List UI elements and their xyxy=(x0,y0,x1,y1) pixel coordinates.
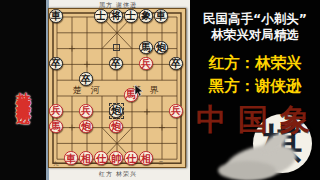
red-cannon-piece[interactable]: 炮 xyxy=(79,119,94,135)
calligraphy-zhongguo-xiangqi: 中国象 xyxy=(196,100,320,141)
black-player-name: 黑方：谢侠逊 xyxy=(190,76,320,97)
black-advisor-piece[interactable]: 士 xyxy=(94,8,109,24)
right-info-panel: 民国高手“小剃头” 林荣兴对局精选 红方：林荣兴 黑方：谢侠逊 棋 中国象 xyxy=(190,0,320,180)
black-general-piece[interactable]: 将 xyxy=(109,8,124,24)
screenshot-root: 林兴荣弃车速胜谢侠逊 黑方 谢侠逊 红方 林荣兴 楚 河 漢 界 九八七六五四三… xyxy=(0,0,320,180)
red-elephant-piece[interactable]: 相 xyxy=(139,150,154,166)
red-side-label: 红方 林荣兴 xyxy=(46,170,190,179)
black-chariot-piece[interactable]: 車 xyxy=(49,8,64,24)
red-king-piece[interactable]: 帥 xyxy=(109,150,124,166)
hand-photo-shape xyxy=(218,161,276,180)
black-advisor-piece[interactable]: 士 xyxy=(124,8,139,24)
red-soldier-piece[interactable]: 兵 xyxy=(49,103,64,119)
black-horse-piece[interactable]: 馬 xyxy=(139,40,154,56)
series-title-line2: 林荣兴对局精选 xyxy=(190,27,320,44)
black-soldier-piece[interactable]: 卒 xyxy=(109,55,124,71)
red-player-name: 红方：林荣兴 xyxy=(190,53,320,74)
episode-title-vertical: 林兴荣弃车速胜谢侠逊 xyxy=(14,80,33,100)
black-soldier-piece[interactable]: 卒 xyxy=(169,55,184,71)
red-chariot-piece[interactable]: 車 xyxy=(64,150,79,166)
left-title-banner: 林兴荣弃车速胜谢侠逊 xyxy=(0,0,46,180)
red-elephant-piece[interactable]: 相 xyxy=(79,150,94,166)
black-elephant-piece[interactable]: 象 xyxy=(139,8,154,24)
mouse-cursor-icon xyxy=(134,84,144,97)
black-cannon-piece[interactable]: 炮 xyxy=(109,103,124,119)
red-soldier-piece[interactable]: 兵 xyxy=(139,55,154,71)
series-title-line1: 民国高手“小剃头” xyxy=(190,11,320,28)
black-chariot-piece[interactable]: 車 xyxy=(154,8,169,24)
black-cannon-piece[interactable]: 炮 xyxy=(154,40,169,56)
red-advisor-piece[interactable]: 仕 xyxy=(124,150,139,166)
last-move-from-marker xyxy=(109,40,124,56)
red-advisor-piece[interactable]: 仕 xyxy=(94,150,109,166)
red-soldier-piece[interactable]: 兵 xyxy=(79,103,94,119)
piece-grid: 車士将士象車馬炮卒卒卒卒炮兵馬兵兵兵馬炮炮車相仕帥仕相 xyxy=(49,8,184,166)
red-cannon-piece[interactable]: 炮 xyxy=(109,119,124,135)
black-soldier-piece[interactable]: 卒 xyxy=(49,55,64,71)
red-horse-piece[interactable]: 馬 xyxy=(49,119,64,135)
black-soldier-piece[interactable]: 卒 xyxy=(79,71,94,87)
red-soldier-piece[interactable]: 兵 xyxy=(169,103,184,119)
